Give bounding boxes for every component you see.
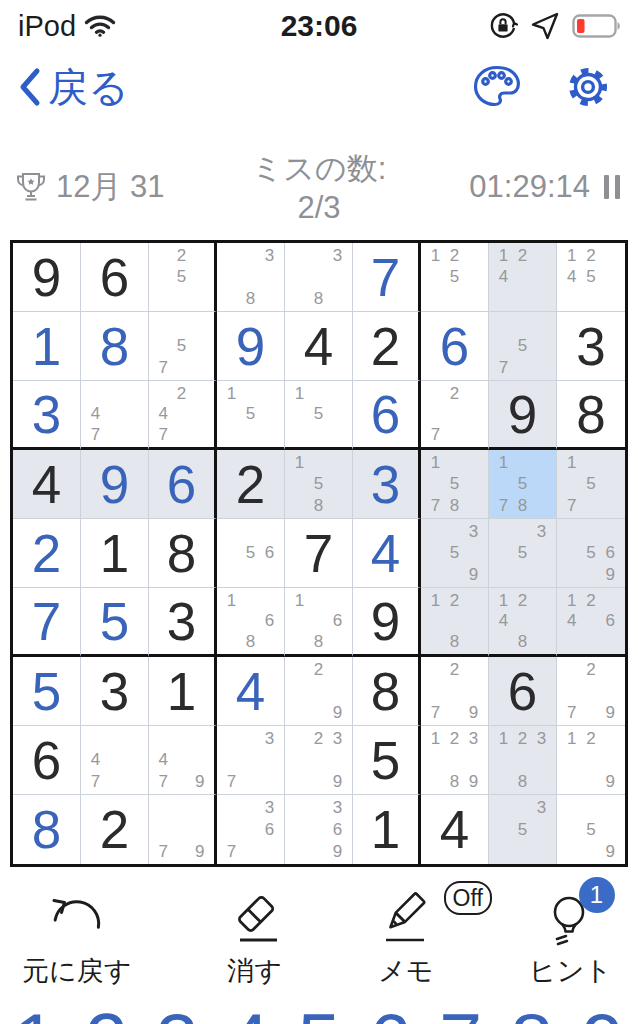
pencil-mark-5: 5 [445, 266, 464, 287]
cell-r9c9[interactable]: 59 [557, 795, 625, 864]
cell-r2c8[interactable]: 57 [489, 312, 557, 381]
pencil-mark-4: 4 [562, 611, 581, 632]
pencil-mark-7: 7 [86, 424, 105, 445]
pencil-marks: 168 [290, 590, 347, 652]
nav-bar: 戻る [0, 56, 638, 118]
cell-r5c5[interactable]: 7 [285, 519, 353, 588]
cell-r2c3[interactable]: 57 [149, 312, 217, 381]
given-digit: 8 [557, 381, 625, 447]
given-digit: 1 [149, 657, 214, 725]
pencil-mark-7: 7 [562, 495, 581, 516]
undo-icon [50, 889, 104, 949]
pencil-marks: 1248 [494, 590, 551, 652]
pencil-marks: 12389 [426, 728, 483, 792]
cell-r5c9[interactable]: 569 [557, 519, 625, 588]
cell-r9c5[interactable]: 369 [285, 795, 353, 864]
pencil-mark-4: 4 [154, 749, 172, 770]
pencil-marks: 15 [222, 383, 279, 445]
pencil-mark-1: 1 [562, 728, 581, 749]
pencil-mark-9: 9 [464, 771, 483, 792]
cell-r4c7[interactable]: 1578 [421, 450, 489, 519]
pencil-mark-8: 8 [513, 631, 532, 652]
user-digit: 6 [421, 312, 488, 380]
cell-r2c9[interactable]: 3 [557, 312, 625, 381]
pencil-marks: 279 [426, 659, 483, 723]
memo-button[interactable]: Off メモ [378, 889, 434, 989]
cell-r5c1[interactable]: 2 [13, 519, 81, 588]
cell-r1c7[interactable]: 125 [421, 243, 489, 312]
pencil-marks: 125 [426, 245, 483, 309]
pencil-mark-2: 2 [309, 659, 328, 680]
pencil-mark-1: 1 [290, 383, 309, 404]
pencil-mark-8: 8 [445, 495, 464, 516]
cell-r6c1[interactable]: 7 [13, 588, 81, 657]
cell-r4c6[interactable]: 3 [353, 450, 421, 519]
pencil-mark-5: 5 [513, 542, 532, 563]
cell-r9c8[interactable]: 35 [489, 795, 557, 864]
pencil-mark-1: 1 [290, 590, 309, 611]
pencil-marks: 1238 [494, 728, 551, 792]
cell-r2c4[interactable]: 9 [217, 312, 285, 381]
cell-r2c5[interactable]: 4 [285, 312, 353, 381]
numpad-3[interactable]: 3 [156, 1001, 199, 1024]
given-digit: 3 [81, 657, 148, 725]
pencil-mark-9: 9 [601, 771, 620, 792]
pencil-mark-5: 5 [172, 266, 190, 287]
given-digit: 3 [149, 588, 214, 654]
cell-r1c2[interactable]: 6 [81, 243, 149, 312]
cell-r3c3[interactable]: 247 [149, 381, 217, 450]
pencil-mark-9: 9 [191, 771, 209, 792]
pencil-mark-5: 5 [513, 335, 532, 356]
pencil-mark-1: 1 [494, 590, 513, 611]
pencil-mark-9: 9 [191, 840, 209, 862]
cell-r3c2[interactable]: 47 [81, 381, 149, 450]
pencil-mark-7: 7 [86, 771, 105, 792]
trophy-icon [16, 171, 46, 203]
numpad-4[interactable]: 4 [227, 1001, 270, 1024]
pencil-mark-1: 1 [494, 452, 513, 473]
pencil-mark-7: 7 [494, 357, 513, 378]
cell-r7c2[interactable]: 3 [81, 657, 149, 726]
pencil-mark-6: 6 [328, 611, 347, 632]
pencil-marks: 369 [290, 797, 347, 862]
pencil-mark-7: 7 [562, 702, 581, 723]
pencil-mark-8: 8 [309, 631, 328, 652]
lightbulb-icon: 1 [543, 889, 599, 949]
pencil-marks: 56 [222, 521, 279, 585]
cell-r6c2[interactable]: 5 [81, 588, 149, 657]
erase-button[interactable]: 消す [227, 889, 283, 989]
cell-r9c4[interactable]: 367 [217, 795, 285, 864]
cell-r8c9[interactable]: 129 [557, 726, 625, 795]
pencil-marks: 27 [426, 383, 483, 445]
timer-label: 01:29:14 [469, 169, 590, 205]
pencil-mark-1: 1 [222, 383, 241, 404]
cell-r6c7[interactable]: 128 [421, 588, 489, 657]
pencil-mark-1: 1 [494, 245, 513, 266]
given-digit: 2 [353, 312, 418, 380]
cell-r2c2[interactable]: 8 [81, 312, 149, 381]
user-digit: 3 [353, 450, 418, 518]
pencil-marks: 128 [426, 590, 483, 652]
cell-r1c9[interactable]: 1245 [557, 243, 625, 312]
pencil-mark-8: 8 [445, 771, 464, 792]
pencil-mark-7: 7 [154, 840, 172, 862]
pencil-mark-1: 1 [562, 452, 581, 473]
pencil-mark-5: 5 [309, 404, 328, 425]
undo-button[interactable]: 元に戻す [22, 889, 131, 989]
pencil-marks: 479 [154, 728, 209, 792]
pencil-mark-5: 5 [581, 473, 600, 494]
pencil-marks: 57 [154, 314, 209, 378]
pencil-marks: 35 [494, 521, 551, 585]
cell-r6c4[interactable]: 168 [217, 588, 285, 657]
pencil-mark-6: 6 [601, 542, 620, 563]
number-pad: 123456789 [0, 1001, 638, 1024]
given-digit: 9 [13, 243, 80, 311]
pencil-mark-3: 3 [260, 245, 279, 266]
cell-r5c7[interactable]: 359 [421, 519, 489, 588]
cell-r5c6[interactable]: 4 [353, 519, 421, 588]
cell-r5c8[interactable]: 35 [489, 519, 557, 588]
pencil-mark-2: 2 [513, 728, 532, 749]
cell-r7c7[interactable]: 279 [421, 657, 489, 726]
pencil-marks: 59 [562, 797, 620, 862]
cell-r9c6[interactable]: 1 [353, 795, 421, 864]
pencil-mark-7: 7 [494, 495, 513, 516]
cell-r7c6[interactable]: 8 [353, 657, 421, 726]
pencil-mark-7: 7 [154, 424, 172, 445]
pencil-mark-6: 6 [260, 542, 279, 563]
pencil-marks: 47 [86, 383, 143, 445]
numpad-7[interactable]: 7 [439, 1001, 482, 1024]
pencil-marks: 157 [562, 452, 620, 516]
pencil-mark-5: 5 [309, 473, 328, 494]
cell-r5c3[interactable]: 8 [149, 519, 217, 588]
pencil-mark-4: 4 [154, 404, 172, 425]
pencil-marks: 38 [290, 245, 347, 309]
cell-r6c6[interactable]: 9 [353, 588, 421, 657]
pencil-marks: 57 [494, 314, 551, 378]
cell-r8c3[interactable]: 479 [149, 726, 217, 795]
pencil-mark-4: 4 [86, 749, 105, 770]
cell-r3c7[interactable]: 27 [421, 381, 489, 450]
user-digit: 6 [353, 381, 418, 447]
hint-button[interactable]: 1 ヒント [529, 889, 612, 989]
pencil-mark-9: 9 [601, 840, 620, 862]
pencil-mark-7: 7 [154, 771, 172, 792]
cell-r4c1[interactable]: 4 [13, 450, 81, 519]
pencil-marks: 279 [562, 659, 620, 723]
pencil-marks: 168 [222, 590, 279, 652]
given-digit: 9 [353, 588, 418, 654]
pencil-marks: 359 [426, 521, 483, 585]
user-digit: 1 [13, 312, 80, 380]
given-digit: 6 [13, 726, 80, 794]
gear-icon[interactable] [564, 63, 612, 111]
pencil-mark-2: 2 [445, 383, 464, 404]
pencil-mark-2: 2 [581, 728, 600, 749]
user-digit: 9 [217, 312, 284, 380]
cell-r1c6[interactable]: 7 [353, 243, 421, 312]
cell-r7c1[interactable]: 5 [13, 657, 81, 726]
cell-r5c4[interactable]: 56 [217, 519, 285, 588]
cell-r7c9[interactable]: 279 [557, 657, 625, 726]
cell-r8c1[interactable]: 6 [13, 726, 81, 795]
given-digit: 5 [353, 726, 418, 794]
cell-r4c3[interactable]: 6 [149, 450, 217, 519]
mistakes-label: ミスの数: 2/3 [226, 148, 412, 226]
pencil-mark-8: 8 [241, 631, 260, 652]
user-digit: 3 [13, 381, 80, 447]
cell-r3c1[interactable]: 3 [13, 381, 81, 450]
pencil-mark-2: 2 [581, 659, 600, 680]
pencil-mark-7: 7 [222, 771, 241, 792]
pencil-mark-3: 3 [328, 245, 347, 266]
user-digit: 4 [217, 657, 284, 725]
given-digit: 6 [489, 657, 556, 725]
pencil-marks: 367 [222, 797, 279, 862]
user-digit: 7 [353, 243, 418, 311]
pencil-mark-6: 6 [260, 819, 279, 841]
cell-r4c9[interactable]: 157 [557, 450, 625, 519]
memo-label: メモ [378, 953, 433, 989]
undo-label: 元に戻す [22, 953, 131, 989]
given-digit: 1 [353, 795, 418, 864]
info-bar: 12月 31 ミスの数: 2/3 01:29:14 [0, 148, 638, 226]
pencil-mark-8: 8 [513, 771, 532, 792]
user-digit: 9 [81, 450, 148, 518]
erase-label: 消す [227, 953, 282, 989]
pencil-mark-9: 9 [464, 564, 483, 585]
pencil-marks: 1578 [426, 452, 483, 516]
cell-r9c2[interactable]: 2 [81, 795, 149, 864]
given-digit: 4 [13, 450, 80, 518]
user-digit: 2 [13, 519, 80, 587]
cell-r1c4[interactable]: 38 [217, 243, 285, 312]
pencil-mark-1: 1 [426, 245, 445, 266]
given-digit: 9 [489, 381, 556, 447]
cell-r1c3[interactable]: 25 [149, 243, 217, 312]
hint-label: ヒント [529, 953, 612, 989]
pencil-mark-1: 1 [494, 728, 513, 749]
pencil-mark-3: 3 [464, 521, 483, 542]
cell-r1c1[interactable]: 9 [13, 243, 81, 312]
pencil-marks: 25 [154, 245, 209, 309]
numpad-2[interactable]: 2 [85, 1001, 128, 1024]
pencil-marks: 35 [494, 797, 551, 862]
pencil-mark-2: 2 [445, 728, 464, 749]
user-digit: 8 [81, 312, 148, 380]
cell-r4c5[interactable]: 158 [285, 450, 353, 519]
cell-r6c9[interactable]: 1246 [557, 588, 625, 657]
pencil-mark-5: 5 [581, 819, 600, 841]
cell-r8c2[interactable]: 47 [81, 726, 149, 795]
pencil-mark-5: 5 [513, 819, 532, 841]
pencil-mark-9: 9 [328, 702, 347, 723]
given-digit: 3 [557, 312, 625, 380]
cell-r1c5[interactable]: 38 [285, 243, 353, 312]
pencil-mark-7: 7 [426, 424, 445, 445]
pencil-mark-6: 6 [328, 819, 347, 841]
pencil-mark-2: 2 [172, 383, 190, 404]
pencil-mark-3: 3 [260, 797, 279, 819]
pencil-mark-2: 2 [309, 728, 328, 749]
toolbar: 元に戻す 消す Off メモ [0, 889, 638, 989]
pencil-marks: 1246 [562, 590, 620, 652]
numpad-5[interactable]: 5 [298, 1001, 341, 1024]
pencil-mark-2: 2 [445, 590, 464, 611]
pencil-mark-1: 1 [426, 452, 445, 473]
given-digit: 2 [81, 795, 148, 864]
user-digit: 7 [13, 588, 80, 654]
pencil-mark-6: 6 [601, 611, 620, 632]
clock: 23:06 [0, 9, 638, 43]
pencil-mark-2: 2 [513, 245, 532, 266]
pencil-mark-5: 5 [172, 335, 190, 356]
pencil-mark-3: 3 [532, 728, 551, 749]
cell-r4c2[interactable]: 9 [81, 450, 149, 519]
cell-r3c8[interactable]: 9 [489, 381, 557, 450]
numpad-8[interactable]: 8 [510, 1001, 553, 1024]
pencil-mark-5: 5 [581, 542, 600, 563]
cell-r2c1[interactable]: 1 [13, 312, 81, 381]
cell-r7c8[interactable]: 6 [489, 657, 557, 726]
pencil-mark-4: 4 [86, 404, 105, 425]
pencil-mark-5: 5 [241, 404, 260, 425]
cell-r8c4[interactable]: 37 [217, 726, 285, 795]
pencil-mark-4: 4 [494, 611, 513, 632]
pencil-mark-4: 4 [562, 266, 581, 287]
pencil-mark-2: 2 [581, 590, 600, 611]
cell-r3c4[interactable]: 15 [217, 381, 285, 450]
cell-r3c5[interactable]: 15 [285, 381, 353, 450]
pencil-marks: 124 [494, 245, 551, 309]
pencil-marks: 1578 [494, 452, 551, 516]
pencil-marks: 239 [290, 728, 347, 792]
pencil-marks: 79 [154, 797, 209, 862]
sudoku-board: 9625383871251241245185794265733472471515… [10, 240, 628, 867]
pencil-mark-1: 1 [426, 728, 445, 749]
numpad-9[interactable]: 9 [581, 1001, 624, 1024]
back-label: 戻る [48, 60, 129, 115]
eraser-icon [227, 889, 283, 949]
pencil-mark-4: 4 [494, 266, 513, 287]
user-digit: 5 [81, 588, 148, 654]
user-digit: 8 [13, 795, 80, 864]
numpad-1[interactable]: 1 [14, 1001, 57, 1024]
pencil-mark-9: 9 [328, 840, 347, 862]
pencil-mark-7: 7 [222, 840, 241, 862]
pencil-mark-2: 2 [172, 245, 190, 266]
pencil-mark-5: 5 [445, 542, 464, 563]
pencil-mark-5: 5 [513, 473, 532, 494]
hint-count-badge: 1 [579, 877, 615, 913]
pencil-mark-2: 2 [445, 245, 464, 266]
cell-r3c6[interactable]: 6 [353, 381, 421, 450]
pencil-marks: 569 [562, 521, 620, 585]
pencil-mark-6: 6 [260, 611, 279, 632]
cell-r6c3[interactable]: 3 [149, 588, 217, 657]
pencil-mark-2: 2 [445, 659, 464, 680]
pencil-mark-9: 9 [328, 771, 347, 792]
cell-r9c1[interactable]: 8 [13, 795, 81, 864]
cell-r6c8[interactable]: 1248 [489, 588, 557, 657]
pencil-mark-7: 7 [426, 495, 445, 516]
pencil-mark-1: 1 [222, 590, 241, 611]
given-digit: 1 [81, 519, 148, 587]
pencil-mark-3: 3 [464, 728, 483, 749]
cell-r8c7[interactable]: 12389 [421, 726, 489, 795]
cell-r1c8[interactable]: 124 [489, 243, 557, 312]
pencil-marks: 37 [222, 728, 279, 792]
cell-r4c4[interactable]: 2 [217, 450, 285, 519]
pencil-mark-3: 3 [532, 797, 551, 819]
cell-r3c9[interactable]: 8 [557, 381, 625, 450]
palette-icon[interactable] [472, 64, 522, 110]
back-button[interactable]: 戻る [18, 60, 129, 115]
pencil-mark-8: 8 [309, 288, 328, 309]
cell-r5c2[interactable]: 1 [81, 519, 149, 588]
pencil-mark-3: 3 [328, 728, 347, 749]
user-digit: 5 [13, 657, 80, 725]
pencil-mark-9: 9 [601, 702, 620, 723]
cell-r7c3[interactable]: 1 [149, 657, 217, 726]
pencil-mark-8: 8 [309, 495, 328, 516]
given-digit: 8 [149, 519, 214, 587]
chevron-left-icon [18, 67, 42, 107]
pencil-mark-1: 1 [426, 590, 445, 611]
cell-r8c8[interactable]: 1238 [489, 726, 557, 795]
given-digit: 7 [285, 519, 352, 587]
cell-r2c6[interactable]: 2 [353, 312, 421, 381]
status-bar: iPod 23:06 [0, 0, 638, 46]
cell-r8c5[interactable]: 239 [285, 726, 353, 795]
pencil-mark-8: 8 [445, 631, 464, 652]
pencil-icon: Off [378, 889, 434, 949]
given-digit: 6 [81, 243, 148, 311]
cell-r8c6[interactable]: 5 [353, 726, 421, 795]
cell-r9c7[interactable]: 4 [421, 795, 489, 864]
pencil-marks: 15 [290, 383, 347, 445]
pencil-mark-8: 8 [513, 495, 532, 516]
pencil-mark-9: 9 [464, 702, 483, 723]
cell-r9c3[interactable]: 79 [149, 795, 217, 864]
cell-r4c8[interactable]: 1578 [489, 450, 557, 519]
pencil-mark-8: 8 [241, 288, 260, 309]
pencil-mark-9: 9 [601, 564, 620, 585]
cell-r7c5[interactable]: 29 [285, 657, 353, 726]
pencil-mark-5: 5 [581, 266, 600, 287]
given-digit: 4 [421, 795, 488, 864]
pencil-mark-3: 3 [328, 797, 347, 819]
cell-r7c4[interactable]: 4 [217, 657, 285, 726]
cell-r2c7[interactable]: 6 [421, 312, 489, 381]
numpad-6[interactable]: 6 [368, 1001, 411, 1024]
pencil-marks: 47 [86, 728, 143, 792]
cell-r6c5[interactable]: 168 [285, 588, 353, 657]
pencil-mark-5: 5 [445, 473, 464, 494]
given-digit: 8 [353, 657, 418, 725]
given-digit: 4 [285, 312, 352, 380]
pencil-mark-1: 1 [562, 245, 581, 266]
pencil-marks: 1245 [562, 245, 620, 309]
pencil-mark-1: 1 [562, 590, 581, 611]
pencil-marks: 29 [290, 659, 347, 723]
pencil-mark-2: 2 [513, 590, 532, 611]
pause-button[interactable] [602, 173, 622, 201]
